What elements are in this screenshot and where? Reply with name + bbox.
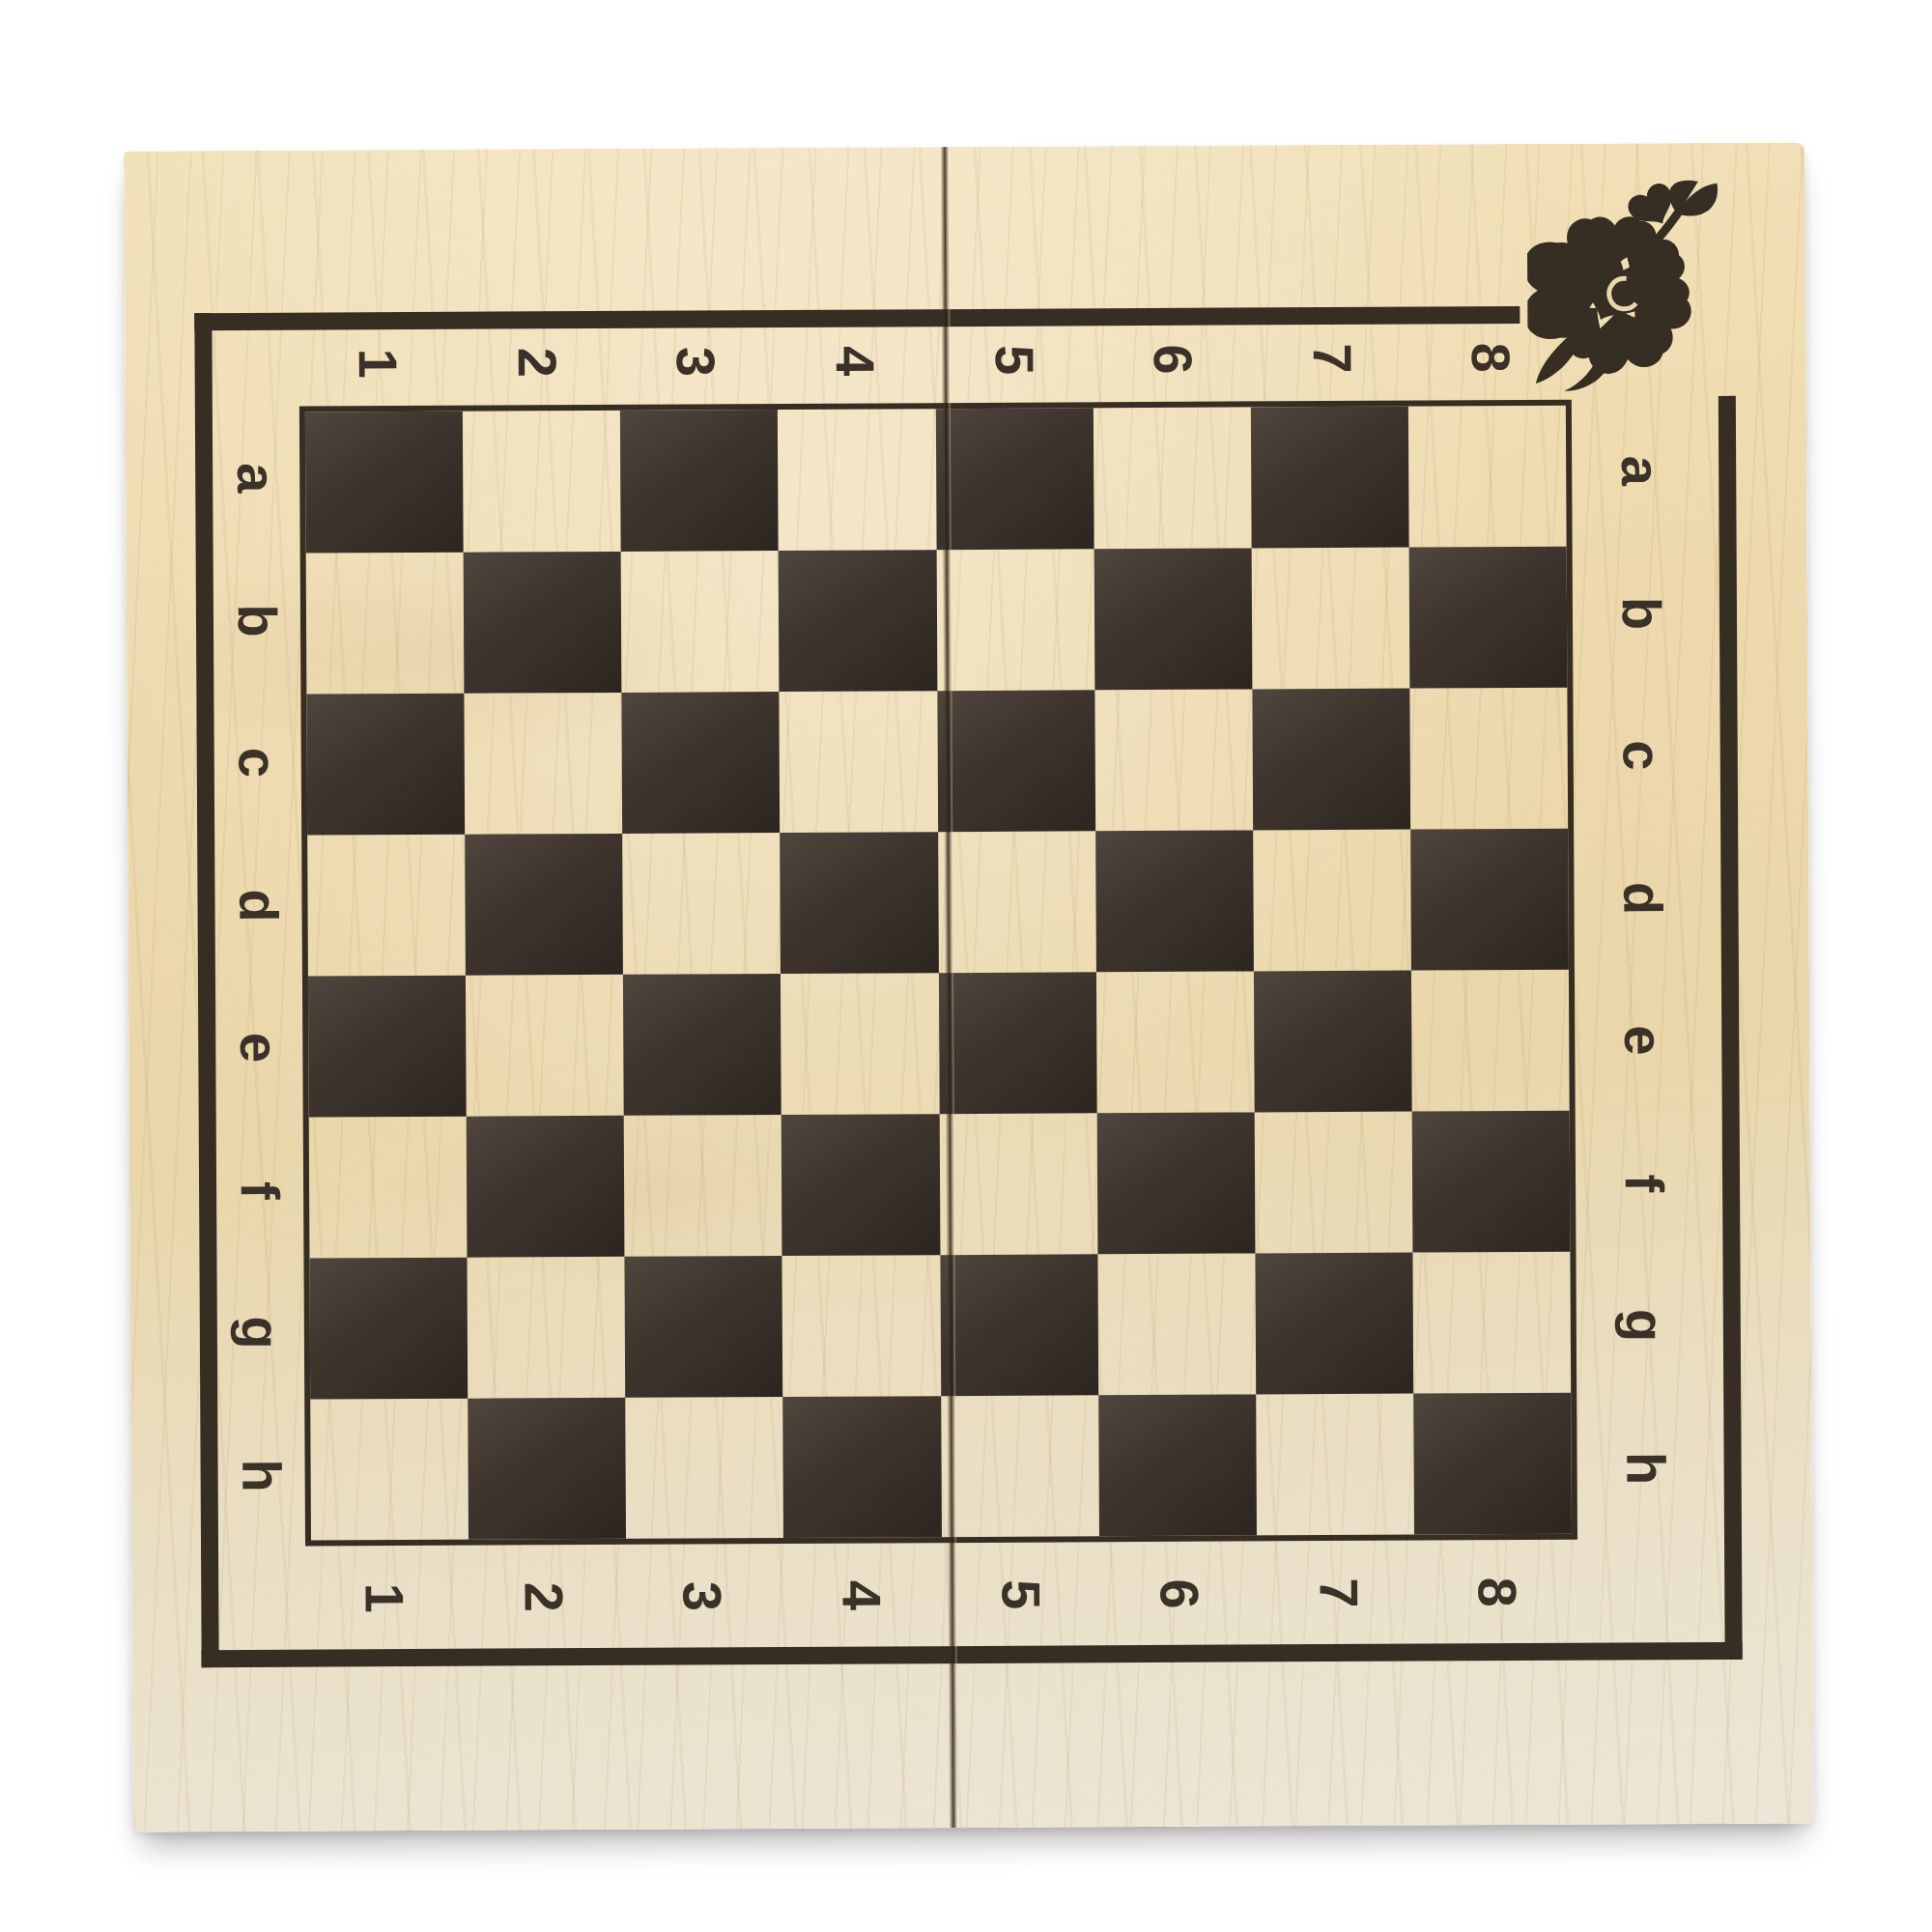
photo-background: 12345678 12345678 abcdefgh abcdefgh [0, 0, 1932, 1932]
square-d7[interactable] [1253, 830, 1411, 972]
square-e7[interactable] [1254, 971, 1412, 1113]
square-e8[interactable] [1411, 970, 1570, 1112]
square-e1[interactable] [308, 976, 467, 1118]
coord-bottom-1: 1 [353, 1519, 417, 1678]
square-b4[interactable] [779, 550, 937, 692]
square-f5[interactable] [939, 1113, 1097, 1255]
coord-bottom-8: 8 [1466, 1513, 1531, 1672]
square-e4[interactable] [781, 973, 939, 1115]
square-f7[interactable] [1254, 1112, 1412, 1254]
bottom-coordinates: 12345678 [305, 1560, 1577, 1631]
square-g6[interactable] [1097, 1253, 1256, 1395]
coord-bottom-2: 2 [512, 1518, 577, 1677]
square-d6[interactable] [1095, 830, 1254, 972]
chess-board: 12345678 12345678 abcdefgh abcdefgh [124, 142, 1813, 1832]
square-g5[interactable] [940, 1254, 1098, 1396]
flower-ornament-icon [1527, 172, 1726, 393]
square-b2[interactable] [464, 552, 622, 694]
square-d5[interactable] [938, 831, 1096, 973]
coord-top-1: 1 [346, 284, 411, 443]
square-g3[interactable] [625, 1256, 783, 1398]
coord-bottom-4: 4 [830, 1516, 895, 1675]
square-e2[interactable] [466, 975, 624, 1117]
top-coordinates: 12345678 [298, 326, 1571, 396]
square-g8[interactable] [1412, 1252, 1571, 1394]
square-b7[interactable] [1251, 548, 1409, 690]
square-b3[interactable] [621, 551, 780, 693]
coord-left-c: c [186, 730, 329, 795]
square-c4[interactable] [780, 691, 938, 833]
coord-right-e: e [1572, 1009, 1715, 1073]
coord-left-f: f [188, 1158, 331, 1223]
square-c6[interactable] [1094, 689, 1253, 831]
coord-right-h: h [1575, 1435, 1718, 1500]
coord-top-7: 7 [1300, 279, 1365, 439]
square-f8[interactable] [1412, 1111, 1571, 1253]
left-coordinates: abcdefgh [224, 407, 294, 1547]
square-c5[interactable] [937, 690, 1095, 832]
square-f3[interactable] [624, 1115, 782, 1257]
board-grid [299, 400, 1577, 1547]
coord-bottom-3: 3 [670, 1517, 735, 1676]
coord-top-8: 8 [1460, 278, 1524, 438]
square-f6[interactable] [1096, 1112, 1255, 1254]
square-c1[interactable] [306, 694, 465, 836]
coord-right-d: d [1572, 866, 1715, 930]
square-d8[interactable] [1410, 829, 1569, 971]
square-b5[interactable] [936, 549, 1094, 691]
square-e5[interactable] [938, 972, 1096, 1114]
square-e3[interactable] [623, 974, 781, 1116]
square-c2[interactable] [465, 693, 623, 835]
square-c8[interactable] [1409, 688, 1568, 830]
coord-left-d: d [187, 873, 330, 938]
square-d3[interactable] [622, 833, 781, 975]
square-b8[interactable] [1408, 547, 1567, 689]
coord-right-g: g [1574, 1293, 1717, 1358]
frame-border-right [1719, 396, 1743, 1660]
coord-left-a: a [185, 445, 327, 510]
square-e6[interactable] [1096, 971, 1255, 1113]
coord-left-b: b [185, 588, 328, 653]
square-f2[interactable] [467, 1116, 625, 1258]
coord-left-e: e [187, 1015, 330, 1080]
coord-right-c: c [1571, 724, 1714, 788]
right-coordinates: abcdefgh [1608, 399, 1678, 1539]
coord-left-g: g [189, 1300, 332, 1365]
square-f4[interactable] [781, 1114, 940, 1256]
coord-top-4: 4 [823, 281, 888, 440]
coord-top-5: 5 [982, 280, 1047, 440]
coord-top-2: 2 [505, 283, 570, 442]
square-g4[interactable] [782, 1255, 941, 1397]
square-b1[interactable] [306, 553, 465, 695]
square-g2[interactable] [468, 1257, 626, 1399]
coord-bottom-7: 7 [1307, 1514, 1372, 1673]
square-b6[interactable] [1094, 548, 1252, 690]
coord-right-f: f [1573, 1151, 1716, 1215]
coord-right-a: a [1569, 439, 1712, 503]
coord-bottom-6: 6 [1148, 1514, 1212, 1673]
square-d2[interactable] [465, 834, 623, 976]
square-d4[interactable] [781, 832, 939, 974]
coord-top-3: 3 [665, 282, 729, 441]
square-g1[interactable] [309, 1258, 468, 1400]
square-c7[interactable] [1252, 689, 1410, 831]
square-f1[interactable] [309, 1117, 468, 1259]
square-d1[interactable] [307, 835, 466, 977]
coord-left-h: h [190, 1443, 333, 1508]
square-g7[interactable] [1255, 1253, 1413, 1395]
coord-top-6: 6 [1142, 279, 1207, 439]
coord-right-b: b [1570, 581, 1713, 645]
coord-bottom-5: 5 [989, 1515, 1054, 1674]
square-c3[interactable] [622, 692, 781, 834]
